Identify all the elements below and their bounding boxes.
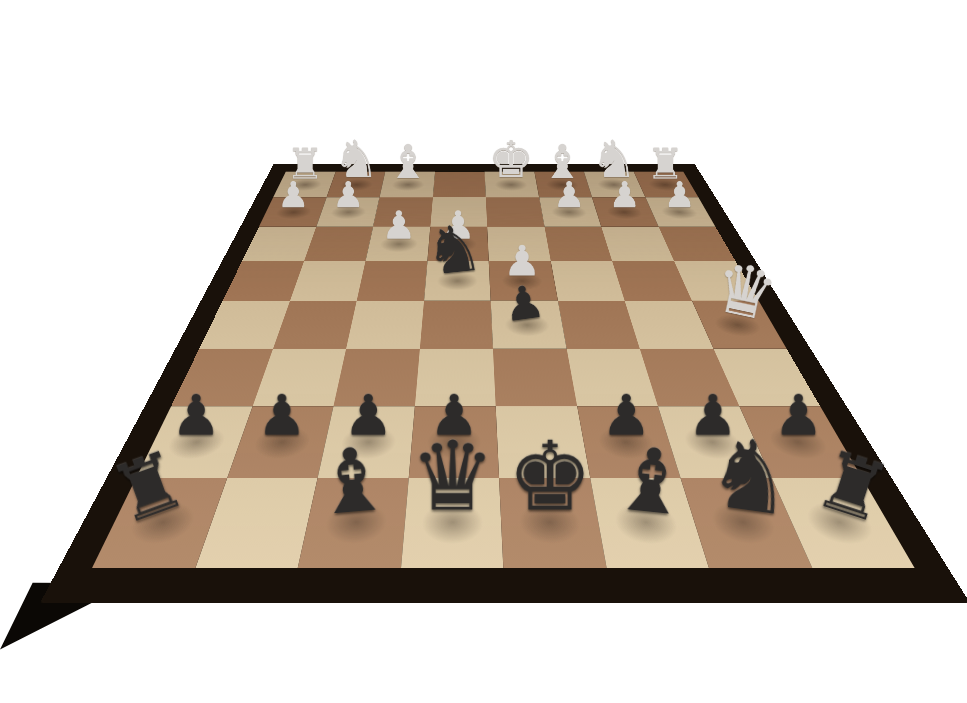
- square-c4[interactable]: [357, 261, 427, 301]
- square-f8[interactable]: ♝: [590, 478, 709, 568]
- square-e8[interactable]: ♚: [499, 478, 606, 568]
- piece-black-queen-d8[interactable]: ♛: [410, 429, 496, 525]
- piece-white-pawn-g2[interactable]: ♟: [608, 177, 640, 213]
- square-c8[interactable]: ♝: [298, 478, 409, 568]
- square-e1[interactable]: ♚: [485, 172, 539, 198]
- piece-white-pawn-b2[interactable]: ♟: [332, 177, 364, 213]
- square-f3[interactable]: [544, 227, 612, 261]
- piece-black-bishop-f8[interactable]: ♝: [607, 432, 695, 528]
- square-b3[interactable]: [304, 227, 373, 261]
- piece-white-bishop-c1[interactable]: ♝: [387, 138, 429, 185]
- square-d4[interactable]: ♞: [424, 261, 491, 301]
- square-e6[interactable]: [493, 348, 577, 406]
- square-f2[interactable]: ♟: [539, 197, 601, 226]
- piece-black-bishop-c8[interactable]: ♝: [309, 433, 396, 528]
- piece-black-pawn-a7[interactable]: ♟: [171, 387, 221, 443]
- piece-white-king-e1[interactable]: ♚: [488, 135, 534, 186]
- square-e5[interactable]: ♟: [491, 301, 567, 349]
- piece-black-king-e8[interactable]: ♚: [507, 429, 593, 525]
- square-c3[interactable]: ♟: [366, 227, 431, 261]
- scene: ♜♞♝♚♝♞♜♟♟♟♟♟♟♟♞♟♟♛♟♟♟♟♟♟♟♜♝♛♚♝♞♜: [0, 0, 967, 703]
- square-b8[interactable]: [195, 478, 318, 568]
- piece-white-queen-h5[interactable]: ♛: [708, 252, 783, 333]
- square-b4[interactable]: [290, 261, 366, 301]
- piece-black-knight-g8[interactable]: ♞: [700, 422, 800, 531]
- square-d1[interactable]: [433, 172, 486, 198]
- square-c1[interactable]: ♝: [380, 172, 435, 198]
- square-c5[interactable]: [346, 301, 424, 349]
- piece-white-pawn-c3[interactable]: ♟: [381, 206, 416, 245]
- piece-white-pawn-a2[interactable]: ♟: [277, 177, 309, 213]
- piece-black-pawn-e5[interactable]: ♟: [500, 278, 547, 329]
- board-grid: ♜♞♝♚♝♞♜♟♟♟♟♟♟♟♞♟♟♛♟♟♟♟♟♟♟♜♝♛♚♝♞♜: [92, 172, 915, 568]
- piece-black-pawn-b7[interactable]: ♟: [257, 387, 307, 443]
- square-d8[interactable]: ♛: [401, 478, 504, 568]
- square-h2[interactable]: ♟: [645, 197, 715, 226]
- square-e2[interactable]: [486, 197, 544, 226]
- square-b2[interactable]: ♟: [316, 197, 380, 226]
- piece-black-knight-d4[interactable]: ♞: [422, 214, 487, 284]
- chess-board: ♜♞♝♚♝♞♜♟♟♟♟♟♟♟♞♟♟♛♟♟♟♟♟♟♟♜♝♛♚♝♞♜: [40, 164, 967, 603]
- app-canvas: ♜♞♝♚♝♞♜♟♟♟♟♟♟♟♞♟♟♛♟♟♟♟♟♟♟♜♝♛♚♝♞♜: [0, 0, 967, 703]
- piece-white-pawn-h2[interactable]: ♟: [664, 177, 696, 213]
- piece-white-pawn-f2[interactable]: ♟: [553, 177, 585, 213]
- square-d5[interactable]: [420, 301, 493, 349]
